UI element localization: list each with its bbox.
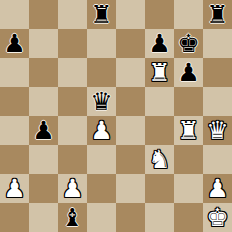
square-h1[interactable]: ♚ bbox=[203, 203, 232, 232]
square-h5[interactable] bbox=[203, 87, 232, 116]
square-e6[interactable] bbox=[116, 58, 145, 87]
square-a4[interactable] bbox=[0, 116, 29, 145]
square-h8[interactable]: ♜ bbox=[203, 0, 232, 29]
square-e3[interactable] bbox=[116, 145, 145, 174]
square-b5[interactable] bbox=[29, 87, 58, 116]
square-b7[interactable] bbox=[29, 29, 58, 58]
piece-black-rook: ♜ bbox=[206, 0, 228, 29]
square-f5[interactable] bbox=[145, 87, 174, 116]
square-a5[interactable] bbox=[0, 87, 29, 116]
piece-black-queen: ♛ bbox=[90, 87, 112, 116]
square-d5[interactable]: ♛ bbox=[87, 87, 116, 116]
square-g7[interactable]: ♚ bbox=[174, 29, 203, 58]
square-e1[interactable] bbox=[116, 203, 145, 232]
square-c7[interactable] bbox=[58, 29, 87, 58]
square-f2[interactable] bbox=[145, 174, 174, 203]
square-c1[interactable]: ♝ bbox=[58, 203, 87, 232]
piece-black-pawn: ♟ bbox=[32, 116, 54, 145]
square-c2[interactable]: ♟ bbox=[58, 174, 87, 203]
square-d7[interactable] bbox=[87, 29, 116, 58]
square-a2[interactable]: ♟ bbox=[0, 174, 29, 203]
piece-black-pawn: ♟ bbox=[3, 29, 25, 58]
square-g6[interactable]: ♟ bbox=[174, 58, 203, 87]
piece-white-rook: ♜ bbox=[148, 58, 170, 87]
square-a7[interactable]: ♟ bbox=[0, 29, 29, 58]
square-a8[interactable] bbox=[0, 0, 29, 29]
square-e7[interactable] bbox=[116, 29, 145, 58]
square-d2[interactable] bbox=[87, 174, 116, 203]
square-c4[interactable] bbox=[58, 116, 87, 145]
square-g8[interactable] bbox=[174, 0, 203, 29]
chessboard: ♜♜♟♟♚♜♟♛♟♟♜♛♞♟♟♟♝♚ bbox=[0, 0, 232, 232]
piece-white-pawn: ♟ bbox=[206, 174, 228, 203]
square-a3[interactable] bbox=[0, 145, 29, 174]
square-f3[interactable]: ♞ bbox=[145, 145, 174, 174]
square-e2[interactable] bbox=[116, 174, 145, 203]
piece-black-king: ♚ bbox=[177, 29, 199, 58]
piece-black-pawn: ♟ bbox=[177, 58, 199, 87]
square-g5[interactable] bbox=[174, 87, 203, 116]
piece-white-pawn: ♟ bbox=[61, 174, 83, 203]
square-a6[interactable] bbox=[0, 58, 29, 87]
piece-white-knight: ♞ bbox=[148, 145, 170, 174]
square-h4[interactable]: ♛ bbox=[203, 116, 232, 145]
square-e5[interactable] bbox=[116, 87, 145, 116]
square-b1[interactable] bbox=[29, 203, 58, 232]
square-b6[interactable] bbox=[29, 58, 58, 87]
square-f6[interactable]: ♜ bbox=[145, 58, 174, 87]
square-e4[interactable] bbox=[116, 116, 145, 145]
square-d6[interactable] bbox=[87, 58, 116, 87]
square-a1[interactable] bbox=[0, 203, 29, 232]
square-g4[interactable]: ♜ bbox=[174, 116, 203, 145]
square-d1[interactable] bbox=[87, 203, 116, 232]
square-e8[interactable] bbox=[116, 0, 145, 29]
square-g2[interactable] bbox=[174, 174, 203, 203]
square-h2[interactable]: ♟ bbox=[203, 174, 232, 203]
piece-white-rook: ♜ bbox=[177, 116, 199, 145]
piece-white-queen: ♛ bbox=[206, 116, 228, 145]
square-h7[interactable] bbox=[203, 29, 232, 58]
square-b8[interactable] bbox=[29, 0, 58, 29]
piece-white-king: ♚ bbox=[206, 203, 228, 232]
square-f1[interactable] bbox=[145, 203, 174, 232]
square-c6[interactable] bbox=[58, 58, 87, 87]
square-h3[interactable] bbox=[203, 145, 232, 174]
square-h6[interactable] bbox=[203, 58, 232, 87]
square-d3[interactable] bbox=[87, 145, 116, 174]
square-g3[interactable] bbox=[174, 145, 203, 174]
piece-black-bishop: ♝ bbox=[61, 203, 83, 232]
square-f8[interactable] bbox=[145, 0, 174, 29]
square-f7[interactable]: ♟ bbox=[145, 29, 174, 58]
square-b3[interactable] bbox=[29, 145, 58, 174]
square-d8[interactable]: ♜ bbox=[87, 0, 116, 29]
square-f4[interactable] bbox=[145, 116, 174, 145]
square-c8[interactable] bbox=[58, 0, 87, 29]
square-b2[interactable] bbox=[29, 174, 58, 203]
square-g1[interactable] bbox=[174, 203, 203, 232]
piece-black-rook: ♜ bbox=[90, 0, 112, 29]
square-d4[interactable]: ♟ bbox=[87, 116, 116, 145]
square-c5[interactable] bbox=[58, 87, 87, 116]
square-c3[interactable] bbox=[58, 145, 87, 174]
piece-white-pawn: ♟ bbox=[3, 174, 25, 203]
square-b4[interactable]: ♟ bbox=[29, 116, 58, 145]
piece-white-pawn: ♟ bbox=[90, 116, 112, 145]
piece-black-pawn: ♟ bbox=[148, 29, 170, 58]
